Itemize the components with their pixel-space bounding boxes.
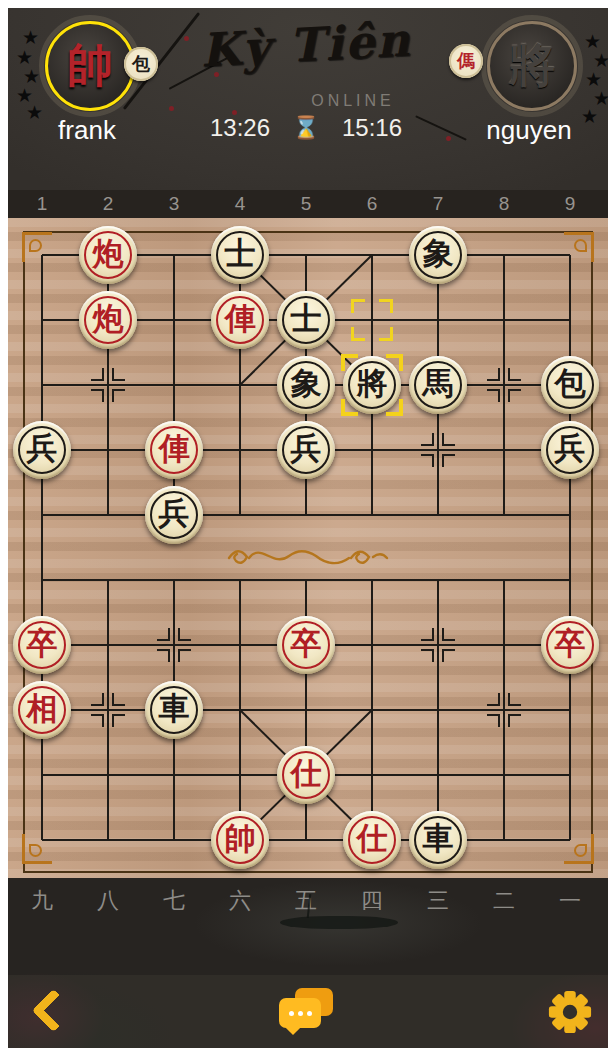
piece-red-帥[interactable]: 帥 bbox=[211, 811, 269, 869]
plum-branch-decoration bbox=[415, 115, 467, 140]
file-label-8: 8 bbox=[499, 193, 510, 215]
river-ornament bbox=[223, 540, 393, 574]
rank-label-7: 七 bbox=[163, 886, 185, 916]
piece-black-兵[interactable]: 兵 bbox=[145, 486, 203, 544]
hourglass-icon: ⌛ bbox=[292, 115, 319, 141]
piece-red-俥[interactable]: 俥 bbox=[145, 421, 203, 479]
rank-label-2: 二 bbox=[493, 886, 515, 916]
star-icon: ★ bbox=[593, 51, 608, 70]
chat-bubble-front bbox=[279, 998, 321, 1028]
file-label-2: 2 bbox=[103, 193, 114, 215]
piece-red-俥[interactable]: 俥 bbox=[211, 291, 269, 349]
red-player-clock: 13:26 bbox=[210, 114, 270, 142]
piece-black-包[interactable]: 包 bbox=[541, 356, 599, 414]
piece-black-將[interactable]: 將 bbox=[343, 356, 401, 414]
header: ★★★★★ ★★★★★ 帥 包 frank 將 傌 nguyen Kỳ Tiên… bbox=[8, 8, 608, 190]
app-logo-subtitle: ONLINE bbox=[311, 92, 395, 110]
game-screen: ★★★★★ ★★★★★ 帥 包 frank 將 傌 nguyen Kỳ Tiên… bbox=[8, 8, 608, 1048]
piece-black-士[interactable]: 士 bbox=[211, 226, 269, 284]
file-label-3: 3 bbox=[169, 193, 180, 215]
piece-black-兵[interactable]: 兵 bbox=[13, 421, 71, 479]
piece-black-象[interactable]: 象 bbox=[277, 356, 335, 414]
xiangqi-board[interactable]: 炮士象炮俥士象將馬包兵俥兵兵兵卒卒卒相車仕帥仕車 bbox=[8, 218, 608, 878]
red-player-name: frank bbox=[27, 115, 147, 146]
star-icon: ★ bbox=[23, 67, 40, 86]
piece-red-炮[interactable]: 炮 bbox=[79, 291, 137, 349]
piece-black-兵[interactable]: 兵 bbox=[541, 421, 599, 479]
plum-blossom bbox=[446, 136, 451, 141]
file-label-1: 1 bbox=[37, 193, 48, 215]
file-label-6: 6 bbox=[367, 193, 378, 215]
piece-black-士[interactable]: 士 bbox=[277, 291, 335, 349]
star-icon: ★ bbox=[585, 70, 602, 89]
piece-black-車[interactable]: 車 bbox=[145, 681, 203, 739]
file-label-9: 9 bbox=[565, 193, 576, 215]
red-general-avatar-glyph: 帥 bbox=[67, 35, 113, 97]
captured-piece-badge-black-player: 傌 bbox=[449, 44, 483, 78]
black-general-avatar-glyph: 將 bbox=[509, 35, 555, 97]
chat-icon[interactable] bbox=[279, 988, 333, 1034]
avatar-black-player: 將 bbox=[487, 21, 577, 111]
rank-label-9: 九 bbox=[31, 886, 53, 916]
star-icon: ★ bbox=[22, 28, 39, 47]
piece-red-仕[interactable]: 仕 bbox=[343, 811, 401, 869]
file-label-5: 5 bbox=[301, 193, 312, 215]
piece-black-象[interactable]: 象 bbox=[409, 226, 467, 284]
plum-blossom bbox=[169, 106, 174, 111]
black-player-clock: 15:16 bbox=[342, 114, 402, 142]
piece-red-炮[interactable]: 炮 bbox=[79, 226, 137, 284]
piece-red-卒[interactable]: 卒 bbox=[13, 616, 71, 674]
piece-black-兵[interactable]: 兵 bbox=[277, 421, 335, 479]
piece-black-馬[interactable]: 馬 bbox=[409, 356, 467, 414]
piece-red-仕[interactable]: 仕 bbox=[277, 746, 335, 804]
plum-blossom bbox=[184, 36, 189, 41]
app-logo: Kỳ Tiên bbox=[199, 13, 413, 78]
board-corner-ornament bbox=[22, 232, 52, 262]
star-icon: ★ bbox=[584, 32, 601, 51]
rank-label-8: 八 bbox=[97, 886, 119, 916]
black-player-name: nguyen bbox=[469, 115, 589, 146]
bottom-toolbar bbox=[8, 975, 608, 1048]
boat-silhouette bbox=[280, 916, 398, 929]
board-corner-ornament bbox=[564, 834, 594, 864]
avatar-red-player: 帥 bbox=[45, 21, 135, 111]
rank-label-3: 三 bbox=[427, 886, 449, 916]
back-icon[interactable] bbox=[32, 989, 76, 1033]
piece-red-相[interactable]: 相 bbox=[13, 681, 71, 739]
rank-label-6: 六 bbox=[229, 886, 251, 916]
file-label-7: 7 bbox=[433, 193, 444, 215]
piece-red-卒[interactable]: 卒 bbox=[277, 616, 335, 674]
file-label-4: 4 bbox=[235, 193, 246, 215]
rank-label-1: 一 bbox=[559, 886, 581, 916]
board-corner-ornament bbox=[22, 834, 52, 864]
rank-label-4: 四 bbox=[361, 886, 383, 916]
piece-black-車[interactable]: 車 bbox=[409, 811, 467, 869]
star-icon: ★ bbox=[16, 48, 33, 67]
captured-piece-badge-red-player: 包 bbox=[124, 47, 158, 81]
settings-icon[interactable] bbox=[547, 989, 593, 1035]
rank-label-5: 五 bbox=[295, 886, 317, 916]
piece-red-卒[interactable]: 卒 bbox=[541, 616, 599, 674]
board-corner-ornament bbox=[564, 232, 594, 262]
file-labels-top: 123456789 bbox=[8, 190, 608, 218]
